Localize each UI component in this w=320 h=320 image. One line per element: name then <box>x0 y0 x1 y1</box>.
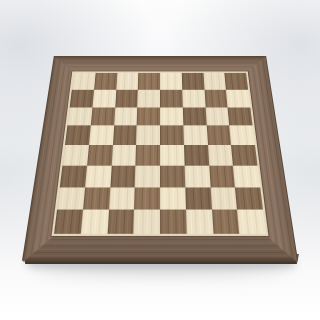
square-a3[interactable] <box>60 165 87 187</box>
square-c1[interactable] <box>107 210 134 234</box>
square-b6[interactable] <box>91 107 115 125</box>
square-h7[interactable] <box>226 90 250 108</box>
square-h5[interactable] <box>229 126 255 145</box>
square-h2[interactable] <box>235 187 263 210</box>
square-c7[interactable] <box>115 90 138 108</box>
square-f3[interactable] <box>184 165 210 187</box>
square-e2[interactable] <box>160 187 186 210</box>
square-b5[interactable] <box>89 126 114 145</box>
square-f7[interactable] <box>182 90 205 108</box>
square-g7[interactable] <box>204 90 228 108</box>
square-d5[interactable] <box>136 126 160 145</box>
square-g8[interactable] <box>203 73 226 90</box>
scene <box>0 0 320 320</box>
square-b1[interactable] <box>81 210 109 234</box>
chess-board-frame <box>22 56 298 261</box>
square-g5[interactable] <box>206 126 231 145</box>
square-e3[interactable] <box>160 165 185 187</box>
square-b2[interactable] <box>83 187 110 210</box>
square-c2[interactable] <box>109 187 135 210</box>
square-h8[interactable] <box>225 73 249 90</box>
square-g2[interactable] <box>210 187 237 210</box>
square-d7[interactable] <box>137 90 160 108</box>
square-e5[interactable] <box>160 126 184 145</box>
square-d2[interactable] <box>134 187 160 210</box>
square-a5[interactable] <box>65 126 91 145</box>
square-b4[interactable] <box>87 145 113 165</box>
square-a8[interactable] <box>72 73 96 90</box>
square-g1[interactable] <box>211 210 239 234</box>
square-b7[interactable] <box>92 90 116 108</box>
square-c6[interactable] <box>114 107 138 125</box>
square-d4[interactable] <box>136 145 160 165</box>
square-f6[interactable] <box>183 107 207 125</box>
square-a2[interactable] <box>57 187 85 210</box>
square-f8[interactable] <box>182 73 205 90</box>
square-e7[interactable] <box>160 90 183 108</box>
square-c8[interactable] <box>116 73 139 90</box>
square-a6[interactable] <box>67 107 92 125</box>
square-a1[interactable] <box>54 210 83 234</box>
square-e6[interactable] <box>160 107 183 125</box>
square-e4[interactable] <box>160 145 184 165</box>
square-e1[interactable] <box>160 210 186 234</box>
square-d3[interactable] <box>135 165 160 187</box>
square-a7[interactable] <box>70 90 94 108</box>
square-h3[interactable] <box>233 165 260 187</box>
square-h4[interactable] <box>231 145 257 165</box>
square-h1[interactable] <box>237 210 266 234</box>
square-d6[interactable] <box>137 107 160 125</box>
square-c3[interactable] <box>110 165 136 187</box>
square-f2[interactable] <box>185 187 211 210</box>
square-c4[interactable] <box>111 145 136 165</box>
square-b8[interactable] <box>94 73 117 90</box>
square-b3[interactable] <box>85 165 111 187</box>
square-c5[interactable] <box>113 126 137 145</box>
square-g4[interactable] <box>208 145 234 165</box>
board-3d-wrap <box>22 56 298 261</box>
square-d8[interactable] <box>138 73 160 90</box>
square-e8[interactable] <box>160 73 182 90</box>
square-h6[interactable] <box>228 107 253 125</box>
square-d1[interactable] <box>134 210 160 234</box>
playing-field <box>52 71 269 236</box>
square-a4[interactable] <box>62 145 88 165</box>
square-g6[interactable] <box>205 107 229 125</box>
square-f5[interactable] <box>183 126 207 145</box>
square-f1[interactable] <box>186 210 213 234</box>
square-f4[interactable] <box>184 145 209 165</box>
square-g3[interactable] <box>209 165 235 187</box>
